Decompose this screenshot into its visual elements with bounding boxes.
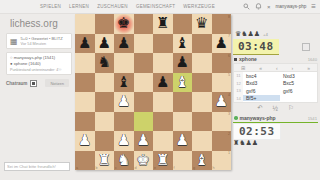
- nav-item-spielen[interactable]: SPIELEN: [40, 4, 61, 9]
- nav-item-zuschauen[interactable]: ZUSCHAUEN: [97, 4, 128, 9]
- left-sidebar: lichess.org ▦ 5+0 • Gewertet • BLITZ Vor…: [0, 13, 75, 180]
- square-e1[interactable]: ♜e: [153, 151, 173, 171]
- square-a5[interactable]: [75, 73, 95, 93]
- lichess-logo[interactable]: lichess.org: [10, 18, 75, 29]
- notifications-icon[interactable]: [255, 3, 262, 10]
- square-d5[interactable]: [134, 73, 154, 93]
- online-indicator-icon: [234, 116, 238, 120]
- move-san[interactable]: bxc4: [243, 73, 280, 79]
- square-h8[interactable]: 8: [212, 14, 232, 34]
- move-san[interactable]: Nxd3: [280, 73, 317, 79]
- square-a4[interactable]: [75, 92, 95, 112]
- rank-coordinate: 1: [228, 151, 230, 155]
- square-c5[interactable]: ♝: [114, 73, 134, 93]
- file-coordinate: f: [174, 166, 175, 170]
- square-g1[interactable]: ♝g: [192, 151, 212, 171]
- move-san[interactable]: Bf5+: [243, 95, 280, 101]
- challenges-icon[interactable]: ×: [267, 4, 271, 10]
- game-action-buttons: ↶½⚐: [233, 103, 318, 113]
- file-coordinate: b: [96, 166, 98, 170]
- next-move-button[interactable]: ›: [292, 65, 294, 71]
- file-coordinate: e: [154, 166, 156, 170]
- captured-pieces-glyphs: ♜♞♟♟: [233, 139, 258, 147]
- black-clock-row: 03:48: [233, 39, 318, 54]
- rank-coordinate: 5: [228, 73, 230, 77]
- piece-black-pawn[interactable]: ♟: [75, 34, 95, 54]
- black-player-rating: 1640: [308, 57, 317, 62]
- square-f3[interactable]: [173, 112, 193, 132]
- black-player-row: xphone 1640: [233, 55, 318, 63]
- square-e4[interactable]: [153, 92, 173, 112]
- move-list: 11bxc4Nxd312Bxd3Bxc513gxf6gxf614Bf5+: [233, 72, 318, 103]
- first-move-button[interactable]: «: [259, 65, 262, 71]
- square-f5[interactable]: ♝: [173, 73, 193, 93]
- square-f2[interactable]: ♟: [173, 131, 193, 151]
- square-g5[interactable]: [192, 73, 212, 93]
- square-b5[interactable]: [95, 73, 115, 93]
- square-b6[interactable]: ♞: [95, 53, 115, 73]
- square-d2[interactable]: ♟: [134, 131, 154, 151]
- piece-white-pawn[interactable]: ♟: [114, 92, 134, 112]
- move-number: 13: [234, 87, 243, 95]
- material-advantage: +4: [263, 32, 268, 37]
- square-b7[interactable]: ♟: [95, 34, 115, 54]
- square-h5[interactable]: 5: [212, 73, 232, 93]
- square-c8[interactable]: ♚: [114, 14, 134, 34]
- move-navigation-bar: ⊞«‹›»: [233, 63, 318, 72]
- white-player-name[interactable]: manyways-php: [240, 115, 276, 121]
- blitz-icon: ▦: [10, 37, 18, 46]
- search-icon[interactable]: [243, 3, 250, 10]
- rank-coordinate: 6: [228, 54, 230, 58]
- piece-black-pawn[interactable]: ♟: [153, 73, 173, 93]
- move-san[interactable]: gxf6: [280, 88, 317, 94]
- chess-board: ♚♜♛8♟♟♟♝♟7♞♟6♝♟♝5♟♟43♟♟♟♟2a♜b♞c♚d♜ef♝gh1: [75, 14, 231, 170]
- square-e6[interactable]: [153, 53, 173, 73]
- square-c3[interactable]: [114, 112, 134, 132]
- file-coordinate: c: [115, 166, 117, 170]
- players-card: ○ manyways-php (1541) ● xphone (1640) Pu…: [6, 52, 72, 75]
- move-san[interactable]: Bxd3: [243, 80, 280, 86]
- game-panel: ♛♞♟♟ +4 03:48 xphone 1640 ⊞«‹›» 11bxc4Nx…: [233, 14, 318, 180]
- square-f7[interactable]: ♝: [173, 34, 193, 54]
- square-f8[interactable]: [173, 14, 193, 34]
- square-d8[interactable]: [134, 14, 154, 34]
- square-h7[interactable]: ♟7: [212, 34, 232, 54]
- square-e5[interactable]: ♟: [153, 73, 173, 93]
- piece-black-rook[interactable]: ♜: [153, 14, 173, 34]
- move-number: 12: [234, 80, 243, 88]
- chat-input[interactable]: [4, 162, 70, 171]
- piece-black-bishop[interactable]: ♝: [114, 73, 134, 93]
- square-c1[interactable]: ♞c: [114, 151, 134, 171]
- square-f6[interactable]: ♟: [173, 53, 193, 73]
- nav-username[interactable]: manyways-php: [275, 4, 306, 9]
- square-d7[interactable]: [134, 34, 154, 54]
- black-player-line[interactable]: ● xphone (1640): [10, 61, 68, 67]
- square-g6[interactable]: [192, 53, 212, 73]
- hamburger-menu-icon[interactable]: ≡: [311, 2, 316, 11]
- piece-black-bishop[interactable]: ♝: [173, 34, 193, 54]
- moves-menu-icon[interactable]: ⊞: [241, 65, 245, 71]
- piece-white-bishop[interactable]: ♝: [173, 73, 193, 93]
- resign-button[interactable]: ⚐: [288, 104, 294, 112]
- square-c7[interactable]: ♟: [114, 34, 134, 54]
- nav-menu: SPIELENLERNENZUSCHAUENGEMEINSCHAFTWERKZE…: [40, 4, 215, 9]
- rank-coordinate: 7: [228, 34, 230, 38]
- white-clock: 02:53: [233, 123, 281, 140]
- square-d1[interactable]: ♚d: [134, 151, 154, 171]
- move-row: 11bxc4Nxd3: [234, 72, 317, 80]
- square-c6[interactable]: [114, 53, 134, 73]
- last-move-button[interactable]: »: [307, 65, 310, 71]
- square-g2[interactable]: [192, 131, 212, 151]
- square-a2[interactable]: ♟: [75, 131, 95, 151]
- square-b1[interactable]: ♜b: [95, 151, 115, 171]
- square-b8[interactable]: [95, 14, 115, 34]
- piece-black-queen[interactable]: ♛: [192, 14, 212, 34]
- black-color-icon: [234, 58, 237, 61]
- game-meta-line1: 5+0 • Gewertet • BLITZ: [21, 36, 63, 41]
- square-h4[interactable]: ♟4: [212, 92, 232, 112]
- square-h3[interactable]: 3: [212, 112, 232, 132]
- square-e2[interactable]: [153, 131, 173, 151]
- square-a8[interactable]: [75, 14, 95, 34]
- move-san[interactable]: gxf6: [243, 88, 280, 94]
- white-player-row: manyways-php 1541: [233, 114, 318, 123]
- square-f4[interactable]: [173, 92, 193, 112]
- rank-coordinate: 4: [228, 93, 230, 97]
- lifetime-score-line: Punktestand untereinander: 4½: [10, 68, 68, 72]
- piece-white-pawn[interactable]: ♟: [134, 131, 154, 151]
- square-a7[interactable]: ♟: [75, 34, 95, 54]
- captured-pieces-glyphs: ♛♞♟♟: [235, 30, 260, 38]
- square-a6[interactable]: [75, 53, 95, 73]
- square-d6[interactable]: [134, 53, 154, 73]
- square-a3[interactable]: [75, 112, 95, 132]
- white-clock-row: 02:53: [233, 124, 318, 139]
- nav-item-werkzeuge[interactable]: WERKZEUGE: [183, 4, 215, 9]
- square-e7[interactable]: [153, 34, 173, 54]
- square-g3[interactable]: [192, 112, 212, 132]
- piece-black-king[interactable]: ♚: [114, 14, 134, 34]
- file-coordinate: h: [213, 166, 215, 170]
- square-a1[interactable]: a: [75, 151, 95, 171]
- square-e3[interactable]: [153, 112, 173, 132]
- square-f1[interactable]: f: [173, 151, 193, 171]
- move-row: 14Bf5+: [234, 95, 317, 103]
- captured-by-white: ♜♞♟♟: [233, 139, 318, 147]
- move-number: 14: [234, 95, 243, 103]
- move-san[interactable]: Bxc5: [280, 80, 317, 86]
- move-number: 11: [234, 72, 243, 80]
- piece-black-knight[interactable]: ♞: [95, 53, 115, 73]
- square-b4[interactable]: [95, 92, 115, 112]
- give-time-button[interactable]: [302, 43, 310, 51]
- file-coordinate: d: [135, 166, 137, 170]
- captured-by-black: ♛♞♟♟ +4: [235, 30, 318, 38]
- square-b2[interactable]: [95, 131, 115, 151]
- rank-coordinate: 2: [228, 132, 230, 136]
- piece-white-pawn[interactable]: ♟: [75, 131, 95, 151]
- piece-white-pawn[interactable]: ♟: [173, 131, 193, 151]
- square-h1[interactable]: h1: [212, 151, 232, 171]
- prev-move-button[interactable]: ‹: [276, 65, 278, 71]
- square-d4[interactable]: [134, 92, 154, 112]
- square-b3[interactable]: [95, 112, 115, 132]
- piece-black-pawn[interactable]: ♟: [114, 34, 134, 54]
- square-c4[interactable]: ♟: [114, 92, 134, 112]
- move-row: 12Bxd3Bxc5: [234, 80, 317, 88]
- piece-black-pawn[interactable]: ♟: [95, 34, 115, 54]
- black-player-name[interactable]: xphone: [239, 56, 257, 62]
- takeback-button[interactable]: ↶: [257, 104, 262, 112]
- rank-coordinate: 3: [228, 112, 230, 116]
- move-row: 13gxf6gxf6: [234, 87, 317, 95]
- square-g8[interactable]: ♛: [192, 14, 212, 34]
- piece-white-pawn[interactable]: ♟: [114, 131, 134, 151]
- square-d3[interactable]: [134, 112, 154, 132]
- game-meta-line2: Vor 54 Minuten: [21, 42, 63, 46]
- notes-tab[interactable]: Notizen: [45, 79, 69, 87]
- chat-toggle-checkbox[interactable]: [30, 80, 37, 87]
- chat-header: Chatraum Notizen: [6, 79, 69, 87]
- square-g4[interactable]: [192, 92, 212, 112]
- file-coordinate: g: [193, 166, 195, 170]
- white-player-rating: 1541: [308, 116, 317, 121]
- square-g7[interactable]: [192, 34, 212, 54]
- nav-item-gemeinschaft[interactable]: GEMEINSCHAFT: [136, 4, 175, 9]
- black-clock: 03:48: [233, 39, 279, 55]
- square-e8[interactable]: ♜: [153, 14, 173, 34]
- rank-coordinate: 8: [228, 15, 230, 19]
- offer-draw-button[interactable]: ½: [273, 105, 278, 112]
- piece-black-pawn[interactable]: ♟: [173, 53, 193, 73]
- game-meta-card: ▦ 5+0 • Gewertet • BLITZ Vor 54 Minuten: [6, 33, 72, 49]
- chat-room-tab[interactable]: Chatraum: [6, 81, 27, 86]
- square-h6[interactable]: 6: [212, 53, 232, 73]
- nav-item-lernen[interactable]: LERNEN: [69, 4, 89, 9]
- top-nav: SPIELENLERNENZUSCHAUENGEMEINSCHAFTWERKZE…: [0, 0, 320, 14]
- file-coordinate: a: [76, 166, 78, 170]
- square-h2[interactable]: 2: [212, 131, 232, 151]
- square-c2[interactable]: ♟: [114, 131, 134, 151]
